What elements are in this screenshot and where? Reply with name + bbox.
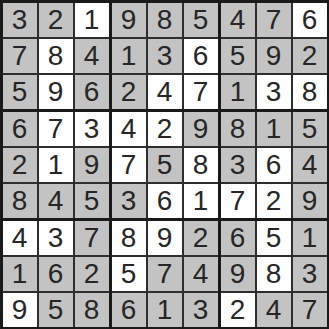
sudoku-cell-r8c7[interactable]: 9	[221, 257, 255, 291]
sudoku-cell-r6c4[interactable]: 3	[112, 184, 146, 218]
sudoku-cell-r2c7[interactable]: 5	[221, 39, 255, 73]
sudoku-cell-r6c8[interactable]: 2	[257, 184, 291, 218]
sudoku-cell-r4c1[interactable]: 6	[3, 112, 37, 146]
sudoku-cell-r7c7[interactable]: 6	[221, 221, 255, 255]
sudoku-cell-r2c3[interactable]: 4	[75, 39, 109, 73]
sudoku-box-8: 892574613	[112, 221, 218, 327]
sudoku-cell-r9c2[interactable]: 5	[39, 293, 73, 327]
sudoku-cell-r2c8[interactable]: 9	[257, 39, 291, 73]
sudoku-cell-r7c4[interactable]: 8	[112, 221, 146, 255]
sudoku-cell-r9c7[interactable]: 2	[221, 293, 255, 327]
sudoku-cell-r1c2[interactable]: 2	[39, 3, 73, 37]
sudoku-cell-r2c2[interactable]: 8	[39, 39, 73, 73]
sudoku-cell-r7c3[interactable]: 7	[75, 221, 109, 255]
sudoku-cell-r4c5[interactable]: 2	[148, 112, 182, 146]
sudoku-cell-r9c9[interactable]: 7	[293, 293, 327, 327]
sudoku-cell-r9c4[interactable]: 6	[112, 293, 146, 327]
sudoku-box-6: 815364729	[221, 112, 327, 218]
sudoku-cell-r6c9[interactable]: 9	[293, 184, 327, 218]
sudoku-cell-r8c1[interactable]: 1	[3, 257, 37, 291]
sudoku-cell-r2c1[interactable]: 7	[3, 39, 37, 73]
sudoku-cell-r2c9[interactable]: 2	[293, 39, 327, 73]
sudoku-cell-r8c2[interactable]: 6	[39, 257, 73, 291]
sudoku-cell-r2c6[interactable]: 6	[184, 39, 218, 73]
sudoku-cell-r6c1[interactable]: 8	[3, 184, 37, 218]
sudoku-cell-r3c9[interactable]: 8	[293, 75, 327, 109]
sudoku-cell-r5c3[interactable]: 9	[75, 148, 109, 182]
sudoku-cell-r4c4[interactable]: 4	[112, 112, 146, 146]
sudoku-cell-r6c6[interactable]: 1	[184, 184, 218, 218]
sudoku-box-2: 985136247	[112, 3, 218, 109]
sudoku-cell-r9c1[interactable]: 9	[3, 293, 37, 327]
sudoku-cell-r7c5[interactable]: 9	[148, 221, 182, 255]
sudoku-cell-r9c5[interactable]: 1	[148, 293, 182, 327]
sudoku-cell-r3c3[interactable]: 6	[75, 75, 109, 109]
sudoku-cell-r7c9[interactable]: 1	[293, 221, 327, 255]
sudoku-cell-r5c4[interactable]: 7	[112, 148, 146, 182]
sudoku-board: 3217845969851362474765921386732198454297…	[0, 0, 329, 329]
sudoku-cell-r3c5[interactable]: 4	[148, 75, 182, 109]
sudoku-cell-r5c7[interactable]: 3	[221, 148, 255, 182]
sudoku-box-4: 673219845	[3, 112, 109, 218]
sudoku-cell-r1c7[interactable]: 4	[221, 3, 255, 37]
sudoku-cell-r4c6[interactable]: 9	[184, 112, 218, 146]
sudoku-cell-r7c6[interactable]: 2	[184, 221, 218, 255]
sudoku-cell-r3c4[interactable]: 2	[112, 75, 146, 109]
sudoku-cell-r7c2[interactable]: 3	[39, 221, 73, 255]
sudoku-cell-r3c8[interactable]: 3	[257, 75, 291, 109]
sudoku-cell-r1c3[interactable]: 1	[75, 3, 109, 37]
sudoku-cell-r8c4[interactable]: 5	[112, 257, 146, 291]
sudoku-cell-r1c8[interactable]: 7	[257, 3, 291, 37]
sudoku-cell-r8c9[interactable]: 3	[293, 257, 327, 291]
sudoku-cell-r8c3[interactable]: 2	[75, 257, 109, 291]
sudoku-cell-r4c8[interactable]: 1	[257, 112, 291, 146]
sudoku-cell-r6c2[interactable]: 4	[39, 184, 73, 218]
sudoku-cell-r8c6[interactable]: 4	[184, 257, 218, 291]
sudoku-cell-r5c9[interactable]: 4	[293, 148, 327, 182]
sudoku-cell-r2c5[interactable]: 3	[148, 39, 182, 73]
sudoku-cell-r2c4[interactable]: 1	[112, 39, 146, 73]
sudoku-cell-r1c4[interactable]: 9	[112, 3, 146, 37]
sudoku-cell-r1c6[interactable]: 5	[184, 3, 218, 37]
sudoku-cell-r6c7[interactable]: 7	[221, 184, 255, 218]
sudoku-cell-r5c1[interactable]: 2	[3, 148, 37, 182]
sudoku-cell-r7c1[interactable]: 4	[3, 221, 37, 255]
sudoku-cell-r9c6[interactable]: 3	[184, 293, 218, 327]
sudoku-cell-r6c5[interactable]: 6	[148, 184, 182, 218]
sudoku-cell-r9c3[interactable]: 8	[75, 293, 109, 327]
sudoku-cell-r4c2[interactable]: 7	[39, 112, 73, 146]
sudoku-cell-r5c5[interactable]: 5	[148, 148, 182, 182]
sudoku-cell-r5c2[interactable]: 1	[39, 148, 73, 182]
sudoku-page: 3217845969851362474765921386732198454297…	[0, 0, 329, 329]
sudoku-cell-r5c6[interactable]: 8	[184, 148, 218, 182]
sudoku-cell-r8c8[interactable]: 8	[257, 257, 291, 291]
sudoku-cell-r7c8[interactable]: 5	[257, 221, 291, 255]
sudoku-cell-r4c3[interactable]: 3	[75, 112, 109, 146]
sudoku-cell-r1c1[interactable]: 3	[3, 3, 37, 37]
sudoku-box-9: 651983247	[221, 221, 327, 327]
sudoku-cell-r1c9[interactable]: 6	[293, 3, 327, 37]
sudoku-cell-r3c6[interactable]: 7	[184, 75, 218, 109]
sudoku-cell-r8c5[interactable]: 7	[148, 257, 182, 291]
sudoku-cell-r3c7[interactable]: 1	[221, 75, 255, 109]
sudoku-cell-r6c3[interactable]: 5	[75, 184, 109, 218]
sudoku-cell-r3c2[interactable]: 9	[39, 75, 73, 109]
sudoku-box-3: 476592138	[221, 3, 327, 109]
sudoku-cell-r4c9[interactable]: 5	[293, 112, 327, 146]
sudoku-box-1: 321784596	[3, 3, 109, 109]
sudoku-box-5: 429758361	[112, 112, 218, 218]
sudoku-cell-r9c8[interactable]: 4	[257, 293, 291, 327]
sudoku-cell-r5c8[interactable]: 6	[257, 148, 291, 182]
sudoku-box-7: 437162958	[3, 221, 109, 327]
sudoku-cell-r4c7[interactable]: 8	[221, 112, 255, 146]
sudoku-cell-r1c5[interactable]: 8	[148, 3, 182, 37]
sudoku-cell-r3c1[interactable]: 5	[3, 75, 37, 109]
